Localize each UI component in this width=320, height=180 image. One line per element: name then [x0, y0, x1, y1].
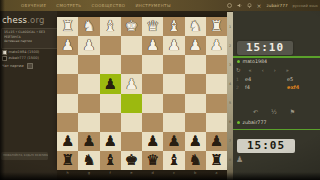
site-logo[interactable]: chess.org: [2, 15, 45, 25]
chess-board[interactable]: ♜♞♝♚♛♝♞♜♟♟♟♟♟♟♟♟♟♟♟♟♟♟♟♜♞♝♚♛♝♞♜: [57, 17, 227, 170]
black-pawn: ♟: [104, 76, 117, 91]
square-c1[interactable]: ♝: [163, 17, 184, 36]
white-knight: ♞: [189, 19, 202, 34]
black-rook: ♜: [210, 153, 223, 168]
black-player-row[interactable]: zubair777 (1500): [2, 56, 55, 62]
black-knight: ♞: [189, 153, 202, 168]
rank-label-3: 3: [227, 55, 233, 74]
square-b3[interactable]: [185, 55, 206, 74]
replay-controls: ↻ «‹›»: [236, 67, 318, 73]
square-f4[interactable]: ♟: [100, 74, 121, 93]
square-b6[interactable]: [185, 113, 206, 132]
file-label-d: d: [142, 170, 163, 178]
square-a8[interactable]: ♜: [206, 151, 227, 170]
online-dot: [237, 60, 240, 63]
move-nav-1[interactable]: ‹: [262, 67, 264, 73]
move-row-2: 2f4exf4: [236, 83, 318, 91]
file-label-a: a: [206, 170, 227, 178]
black-move[interactable]: exf4: [287, 84, 317, 90]
flip-board-icon[interactable]: ↻: [236, 67, 241, 73]
player-clock-bar: [233, 129, 320, 130]
opponent-player-row[interactable]: mato1984: [237, 59, 267, 64]
white-pawn: ♟: [210, 38, 223, 53]
player-clock: 15:05: [237, 139, 295, 153]
square-f6[interactable]: [100, 113, 121, 132]
nav-right-cluster: × zubair777 русский язык: [227, 0, 318, 11]
square-h8[interactable]: ♜: [57, 151, 78, 170]
rank-label-6: 6: [227, 113, 233, 132]
move-nav-2[interactable]: ›: [274, 67, 276, 73]
white-move[interactable]: e4: [245, 76, 287, 82]
square-f1[interactable]: ♝: [100, 17, 121, 36]
square-c5[interactable]: [163, 94, 184, 113]
black-knight: ♞: [82, 153, 95, 168]
move-number: 1: [236, 77, 245, 82]
square-g8[interactable]: ♞: [78, 151, 99, 170]
bell-icon[interactable]: [247, 3, 252, 8]
chat-header: Чат партии: [2, 63, 55, 69]
square-e8[interactable]: ♚: [121, 151, 142, 170]
square-a7[interactable]: ♟: [206, 132, 227, 151]
nav-item-1[interactable]: СМОТРЕТЬ: [56, 3, 81, 8]
square-c4[interactable]: [163, 74, 184, 93]
square-a3[interactable]: [206, 55, 227, 74]
game-meta-box: 15+15 • CLASSICAL • БЕЗ РЕЙТИНГА Активна…: [1, 28, 59, 49]
logo-suffix: .org: [27, 15, 44, 25]
players-list: mato1984 (1500) zubair777 (1500): [2, 50, 55, 63]
square-e1[interactable]: ♚: [121, 17, 142, 36]
file-label-e: e: [121, 170, 142, 178]
black-pawn: ♟: [167, 134, 180, 149]
black-pawn: ♟: [210, 134, 223, 149]
square-d1[interactable]: ♛: [142, 17, 163, 36]
square-h4[interactable]: [57, 74, 78, 93]
black-pawn: ♟: [189, 134, 202, 149]
black-pawn: ♟: [104, 134, 117, 149]
square-h7[interactable]: ♟: [57, 132, 78, 151]
white-knight: ♞: [82, 19, 95, 34]
black-king: ♚: [125, 153, 138, 168]
square-b1[interactable]: ♞: [185, 17, 206, 36]
white-queen: ♛: [146, 19, 159, 34]
file-label-g: g: [78, 170, 99, 178]
square-d8[interactable]: ♛: [142, 151, 163, 170]
square-d3[interactable]: [142, 55, 163, 74]
square-c7[interactable]: ♟: [163, 132, 184, 151]
captured-pieces: ♟: [236, 155, 243, 164]
square-a5[interactable]: [206, 94, 227, 113]
square-e6[interactable]: [121, 113, 142, 132]
square-g5[interactable]: [78, 94, 99, 113]
file-label-f: f: [100, 170, 121, 178]
white-pawn: ♟: [82, 38, 95, 53]
square-g6[interactable]: [78, 113, 99, 132]
square-b5[interactable]: [185, 94, 206, 113]
nav-item-2[interactable]: СООБЩЕСТВО: [92, 3, 126, 8]
white-pawn: ♟: [167, 38, 180, 53]
square-h3[interactable]: [57, 55, 78, 74]
square-b7[interactable]: ♟: [185, 132, 206, 151]
resign-icon[interactable]: ⚑: [290, 108, 295, 115]
square-h1[interactable]: ♜: [57, 17, 78, 36]
opponent-clock: 15:10: [237, 41, 293, 55]
game-actions: ↶ ½ ⚑: [253, 108, 315, 115]
left-sidebar: chess.org 15+15 • CLASSICAL • БЕЗ РЕЙТИН…: [0, 11, 57, 180]
white-bishop: ♝: [104, 19, 117, 34]
rank-label-4: 4: [227, 74, 233, 93]
square-e4[interactable]: ♟: [121, 74, 142, 93]
white-pawn: ♟: [125, 76, 138, 91]
black-player-label: zubair777 (1500): [9, 57, 39, 61]
move-number: 2: [236, 85, 245, 90]
close-icon[interactable]: ×: [257, 3, 262, 9]
file-label-h: h: [57, 170, 78, 178]
black-queen: ♛: [146, 153, 159, 168]
file-label-c: c: [163, 170, 184, 178]
volume-icon[interactable]: [237, 3, 242, 8]
player-row[interactable]: zubair777: [237, 120, 267, 125]
square-a2[interactable]: ♟: [206, 36, 227, 55]
square-f3[interactable]: [100, 55, 121, 74]
white-king: ♚: [125, 19, 138, 34]
square-g4[interactable]: [78, 74, 99, 93]
white-pawn: ♟: [146, 38, 159, 53]
square-b8[interactable]: ♞: [185, 151, 206, 170]
square-d7[interactable]: ♟: [142, 132, 163, 151]
rank-coordinates: 12345678: [227, 17, 233, 170]
nav-username[interactable]: zubair777: [267, 3, 288, 8]
nav-item-0[interactable]: ОБУЧЕНИЕ: [21, 3, 46, 8]
square-c2[interactable]: ♟: [163, 36, 184, 55]
rank-label-5: 5: [227, 94, 233, 113]
file-coordinates: hgfedcba: [57, 170, 227, 178]
square-e5[interactable]: [121, 94, 142, 113]
square-a1[interactable]: ♜: [206, 17, 227, 36]
game-meta-line3: Активная партия: [4, 39, 56, 44]
square-g7[interactable]: ♟: [78, 132, 99, 151]
online-dot: [237, 121, 240, 124]
move-nav-buttons[interactable]: «‹›»: [249, 67, 289, 73]
black-rook: ♜: [61, 153, 74, 168]
game-side-panel: 15:10 mato1984 ↻ «‹›» 1e4e52f4exf4 ↶ ½ ⚑…: [233, 11, 320, 180]
square-d6[interactable]: [142, 113, 163, 132]
square-g1[interactable]: ♞: [78, 17, 99, 36]
square-d2[interactable]: ♟: [142, 36, 163, 55]
rank-label-1: 1: [227, 17, 233, 36]
chat-toggle[interactable]: [27, 63, 33, 69]
nav-menu: ОБУЧЕНИЕСМОТРЕТЬСООБЩЕСТВОИНСТРУМЕНТЫ: [0, 3, 171, 8]
rank-label-2: 2: [227, 36, 233, 55]
square-c6[interactable]: [163, 113, 184, 132]
square-g3[interactable]: [78, 55, 99, 74]
square-f2[interactable]: [100, 36, 121, 55]
move-list[interactable]: 1e4e52f4exf4: [236, 75, 318, 91]
square-b2[interactable]: ♟: [185, 36, 206, 55]
white-rook: ♜: [210, 19, 223, 34]
square-d4[interactable]: [142, 74, 163, 93]
black-color-swatch: [2, 56, 7, 61]
nav-item-3[interactable]: ИНСТРУМЕНТЫ: [135, 3, 170, 8]
file-label-b: b: [185, 170, 206, 178]
square-e2[interactable]: [121, 36, 142, 55]
top-nav-bar: ОБУЧЕНИЕСМОТРЕТЬСООБЩЕСТВОИНСТРУМЕНТЫ × …: [0, 0, 320, 11]
square-b4[interactable]: [185, 74, 206, 93]
square-e3[interactable]: [121, 55, 142, 74]
black-pawn: ♟: [82, 134, 95, 149]
square-e7[interactable]: [121, 132, 142, 151]
square-a6[interactable]: [206, 113, 227, 132]
square-c3[interactable]: [163, 55, 184, 74]
screen-photo: ОБУЧЕНИЕСМОТРЕТЬСООБЩЕСТВОИНСТРУМЕНТЫ × …: [0, 0, 320, 180]
chat-notice: ПОЖАЛУЙСТА, БУДЬТЕ ВЕЖЛИВЫ В ЧАТЕ!: [1, 152, 48, 160]
square-f5[interactable]: [100, 94, 121, 113]
white-pawn: ♟: [189, 38, 202, 53]
draw-offer-icon[interactable]: ½: [271, 108, 277, 115]
square-a4[interactable]: [206, 74, 227, 93]
square-f8[interactable]: ♝: [100, 151, 121, 170]
square-h2[interactable]: ♟: [57, 36, 78, 55]
chat-label: Чат партии: [2, 64, 24, 68]
square-h6[interactable]: [57, 113, 78, 132]
white-move[interactable]: f4: [245, 84, 287, 90]
square-d5[interactable]: [142, 94, 163, 113]
challenge-icon[interactable]: [227, 3, 232, 8]
rank-label-8: 8: [227, 151, 233, 170]
white-player-label: mato1984 (1500): [9, 50, 40, 54]
white-bishop: ♝: [167, 19, 180, 34]
takeback-icon[interactable]: ↶: [253, 108, 258, 115]
square-g2[interactable]: ♟: [78, 36, 99, 55]
logo-prefix: chess: [2, 15, 27, 25]
black-bishop: ♝: [167, 153, 180, 168]
move-row-1: 1e4e5: [236, 75, 318, 83]
white-pawn: ♟: [61, 38, 74, 53]
black-pawn: ♟: [61, 134, 74, 149]
white-color-swatch: [2, 50, 7, 55]
square-f7[interactable]: ♟: [100, 132, 121, 151]
black-pawn: ♟: [146, 134, 159, 149]
rank-label-7: 7: [227, 132, 233, 151]
square-h5[interactable]: [57, 94, 78, 113]
player-name: zubair777: [243, 120, 267, 125]
nav-language[interactable]: русский язык: [293, 4, 318, 8]
move-nav-0[interactable]: «: [249, 67, 252, 73]
black-move[interactable]: e5: [287, 76, 317, 82]
black-bishop: ♝: [104, 153, 117, 168]
white-rook: ♜: [61, 19, 74, 34]
move-nav-3[interactable]: »: [286, 67, 289, 73]
square-c8[interactable]: ♝: [163, 151, 184, 170]
opponent-name: mato1984: [243, 59, 268, 64]
